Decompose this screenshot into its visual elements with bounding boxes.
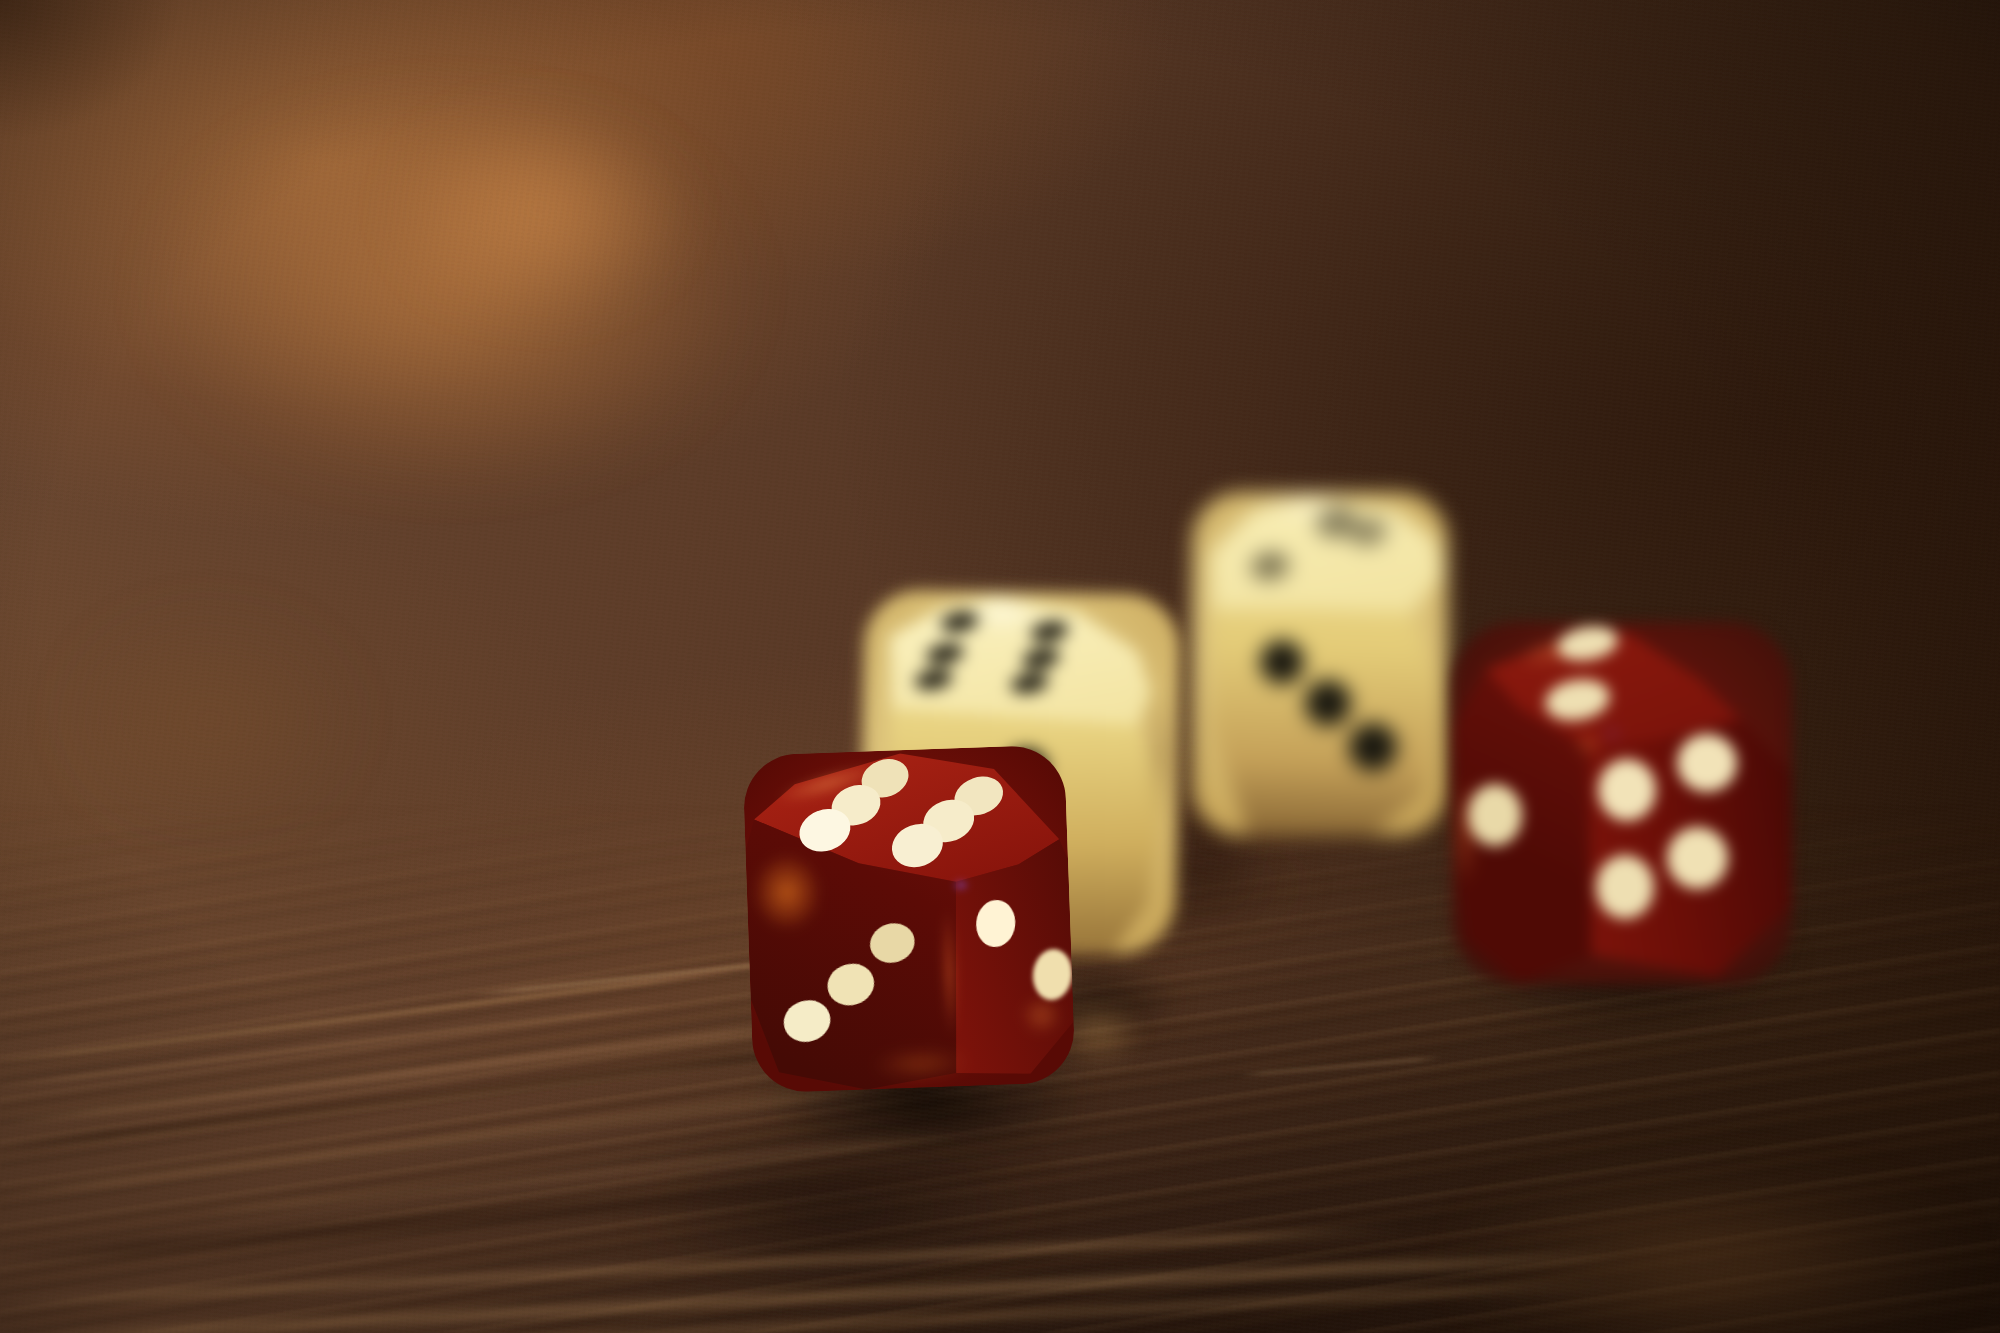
die-pip [1677, 734, 1737, 792]
die-red-right [1452, 622, 1792, 984]
die-pip [1305, 680, 1351, 726]
dice-photo-scene [0, 0, 2000, 1333]
die-pip [1598, 759, 1656, 821]
die-ivory-right [1192, 492, 1448, 836]
die-pip [1468, 784, 1522, 846]
light-glow-blob [330, 60, 750, 360]
die-pip [1596, 855, 1654, 918]
specular-highlight [1600, 723, 1624, 745]
die-pip [1667, 827, 1728, 889]
die-pip [1349, 723, 1398, 771]
die-red-near [742, 744, 1076, 1093]
light-glow-blob [0, 560, 420, 880]
die-pip [1260, 640, 1304, 685]
